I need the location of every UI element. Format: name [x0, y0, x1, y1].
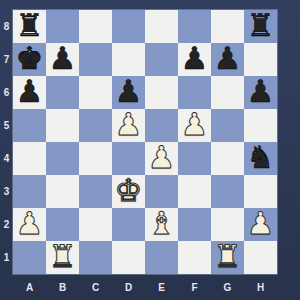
square-h8[interactable]: ♜: [244, 10, 277, 43]
square-a7[interactable]: ♚: [13, 43, 46, 76]
square-b7[interactable]: ♟: [46, 43, 79, 76]
black-pawn: ♟: [181, 43, 209, 74]
square-c8[interactable]: [79, 10, 112, 43]
black-knight: ♞: [247, 142, 275, 173]
square-h4[interactable]: ♞: [244, 142, 277, 175]
square-f2[interactable]: [178, 208, 211, 241]
square-g8[interactable]: [211, 10, 244, 43]
rank-label-6: 6: [0, 76, 13, 109]
square-b5[interactable]: [46, 109, 79, 142]
square-f4[interactable]: [178, 142, 211, 175]
white-rook: ♜: [214, 241, 242, 272]
square-g7[interactable]: ♟: [211, 43, 244, 76]
black-pawn: ♟: [214, 43, 242, 74]
square-b4[interactable]: [46, 142, 79, 175]
file-label-e: E: [145, 274, 178, 300]
rank-label-8: 8: [0, 10, 13, 43]
square-e2[interactable]: ♝: [145, 208, 178, 241]
square-f5[interactable]: ♟: [178, 109, 211, 142]
white-pawn: ♟: [181, 109, 209, 140]
square-e7[interactable]: [145, 43, 178, 76]
square-h5[interactable]: [244, 109, 277, 142]
square-a2[interactable]: ♟: [13, 208, 46, 241]
square-f1[interactable]: [178, 241, 211, 274]
square-c5[interactable]: [79, 109, 112, 142]
rank-label-1: 1: [0, 241, 13, 274]
white-rook: ♜: [49, 241, 77, 272]
square-d7[interactable]: [112, 43, 145, 76]
square-d3[interactable]: ♚: [112, 175, 145, 208]
square-c7[interactable]: [79, 43, 112, 76]
black-pawn: ♟: [115, 76, 143, 107]
rank-label-5: 5: [0, 109, 13, 142]
black-pawn: ♟: [49, 43, 77, 74]
file-label-c: C: [79, 274, 112, 300]
square-h3[interactable]: [244, 175, 277, 208]
file-label-f: F: [178, 274, 211, 300]
square-a5[interactable]: [13, 109, 46, 142]
square-g2[interactable]: [211, 208, 244, 241]
square-e5[interactable]: [145, 109, 178, 142]
square-g6[interactable]: [211, 76, 244, 109]
square-b6[interactable]: [46, 76, 79, 109]
white-pawn: ♟: [16, 208, 44, 239]
square-a1[interactable]: [13, 241, 46, 274]
square-a6[interactable]: ♟: [13, 76, 46, 109]
white-pawn: ♟: [115, 109, 143, 140]
square-h1[interactable]: [244, 241, 277, 274]
rank-label-4: 4: [0, 142, 13, 175]
white-pawn: ♟: [148, 142, 176, 173]
square-d5[interactable]: ♟: [112, 109, 145, 142]
square-g4[interactable]: [211, 142, 244, 175]
square-h7[interactable]: [244, 43, 277, 76]
black-pawn: ♟: [247, 76, 275, 107]
black-rook: ♜: [247, 10, 275, 41]
file-label-a: A: [13, 274, 46, 300]
square-c3[interactable]: [79, 175, 112, 208]
square-b1[interactable]: ♜: [46, 241, 79, 274]
square-e1[interactable]: [145, 241, 178, 274]
square-f7[interactable]: ♟: [178, 43, 211, 76]
square-b8[interactable]: [46, 10, 79, 43]
square-c4[interactable]: [79, 142, 112, 175]
chess-board: ♜♜♚♟♟♟♟♟♟♟♟♟♞♚♟♝♟♜♜: [13, 10, 277, 274]
square-a3[interactable]: [13, 175, 46, 208]
square-f8[interactable]: [178, 10, 211, 43]
square-d1[interactable]: [112, 241, 145, 274]
square-c1[interactable]: [79, 241, 112, 274]
square-h6[interactable]: ♟: [244, 76, 277, 109]
rank-label-7: 7: [0, 43, 13, 76]
square-d8[interactable]: [112, 10, 145, 43]
black-king: ♚: [16, 43, 44, 74]
square-f6[interactable]: [178, 76, 211, 109]
square-a4[interactable]: [13, 142, 46, 175]
white-pawn: ♟: [247, 208, 275, 239]
square-h2[interactable]: ♟: [244, 208, 277, 241]
square-b2[interactable]: [46, 208, 79, 241]
file-label-h: H: [244, 274, 277, 300]
rank-label-3: 3: [0, 175, 13, 208]
square-f3[interactable]: [178, 175, 211, 208]
square-d4[interactable]: [112, 142, 145, 175]
white-king: ♚: [115, 175, 143, 206]
square-e3[interactable]: [145, 175, 178, 208]
square-e8[interactable]: [145, 10, 178, 43]
black-rook: ♜: [16, 10, 44, 41]
file-label-b: B: [46, 274, 79, 300]
square-d2[interactable]: [112, 208, 145, 241]
rank-label-2: 2: [0, 208, 13, 241]
square-d6[interactable]: ♟: [112, 76, 145, 109]
square-e6[interactable]: [145, 76, 178, 109]
square-b3[interactable]: [46, 175, 79, 208]
square-c2[interactable]: [79, 208, 112, 241]
white-bishop: ♝: [148, 208, 176, 239]
square-c6[interactable]: [79, 76, 112, 109]
chess-board-frame: ♜♜♚♟♟♟♟♟♟♟♟♟♞♚♟♝♟♜♜ 87654321 ABCDEFGH: [0, 0, 300, 300]
square-a8[interactable]: ♜: [13, 10, 46, 43]
square-e4[interactable]: ♟: [145, 142, 178, 175]
file-label-d: D: [112, 274, 145, 300]
square-g1[interactable]: ♜: [211, 241, 244, 274]
square-g5[interactable]: [211, 109, 244, 142]
square-g3[interactable]: [211, 175, 244, 208]
file-label-g: G: [211, 274, 244, 300]
black-pawn: ♟: [16, 76, 44, 107]
